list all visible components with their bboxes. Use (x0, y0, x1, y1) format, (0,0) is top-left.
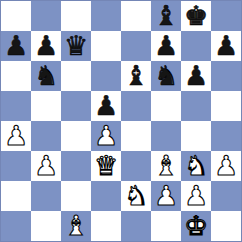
square-c6[interactable] (61, 61, 91, 91)
square-g1[interactable]: ♚ (181, 211, 211, 241)
square-e7[interactable] (121, 31, 151, 61)
black-bishop-icon[interactable]: ♝ (154, 2, 178, 29)
square-h7[interactable]: ♟ (211, 31, 241, 61)
square-g6[interactable]: ♟ (181, 61, 211, 91)
square-d1[interactable] (91, 211, 121, 241)
square-c1[interactable]: ♝ (61, 211, 91, 241)
square-f6[interactable]: ♞ (151, 61, 181, 91)
square-h3[interactable]: ♟ (211, 151, 241, 181)
square-b4[interactable] (31, 121, 61, 151)
square-d5[interactable]: ♟ (91, 91, 121, 121)
white-king-icon[interactable]: ♚ (184, 212, 208, 239)
square-b1[interactable] (31, 211, 61, 241)
white-pawn-icon[interactable]: ♟ (34, 152, 58, 179)
square-h5[interactable] (211, 91, 241, 121)
square-a7[interactable]: ♟ (1, 31, 31, 61)
square-a4[interactable]: ♟ (1, 121, 31, 151)
square-f4[interactable] (151, 121, 181, 151)
square-d3[interactable]: ♛ (91, 151, 121, 181)
square-a1[interactable] (1, 211, 31, 241)
chess-board-wrap: ♝♚♟♟♛♟♟♞♝♞♟♟♟♟♟♛♝♞♟♞♟♟♝♚ (0, 0, 242, 242)
square-g7[interactable] (181, 31, 211, 61)
square-h4[interactable] (211, 121, 241, 151)
white-pawn-icon[interactable]: ♟ (154, 182, 178, 209)
square-d8[interactable] (91, 1, 121, 31)
square-e8[interactable] (121, 1, 151, 31)
white-queen-icon[interactable]: ♛ (94, 152, 118, 179)
black-king-icon[interactable]: ♚ (184, 2, 208, 29)
black-pawn-icon[interactable]: ♟ (154, 32, 178, 59)
square-g5[interactable] (181, 91, 211, 121)
square-a6[interactable] (1, 61, 31, 91)
square-g3[interactable]: ♞ (181, 151, 211, 181)
white-pawn-icon[interactable]: ♟ (4, 122, 28, 149)
square-c3[interactable] (61, 151, 91, 181)
square-d7[interactable] (91, 31, 121, 61)
square-a3[interactable] (1, 151, 31, 181)
white-pawn-icon[interactable]: ♟ (184, 182, 208, 209)
black-pawn-icon[interactable]: ♟ (214, 32, 238, 59)
square-e4[interactable] (121, 121, 151, 151)
square-e5[interactable] (121, 91, 151, 121)
square-g4[interactable] (181, 121, 211, 151)
white-bishop-icon[interactable]: ♝ (154, 152, 178, 179)
white-knight-icon[interactable]: ♞ (184, 152, 208, 179)
square-d6[interactable] (91, 61, 121, 91)
square-h6[interactable] (211, 61, 241, 91)
black-bishop-icon[interactable]: ♝ (124, 62, 148, 89)
chess-board: ♝♚♟♟♛♟♟♞♝♞♟♟♟♟♟♛♝♞♟♞♟♟♝♚ (0, 0, 242, 242)
square-h1[interactable] (211, 211, 241, 241)
square-b6[interactable]: ♞ (31, 61, 61, 91)
white-bishop-icon[interactable]: ♝ (64, 212, 88, 239)
square-f2[interactable]: ♟ (151, 181, 181, 211)
black-queen-icon[interactable]: ♛ (64, 32, 88, 59)
square-c5[interactable] (61, 91, 91, 121)
square-a8[interactable] (1, 1, 31, 31)
square-c2[interactable] (61, 181, 91, 211)
square-c8[interactable] (61, 1, 91, 31)
square-f1[interactable] (151, 211, 181, 241)
white-knight-icon[interactable]: ♞ (124, 182, 148, 209)
square-g8[interactable]: ♚ (181, 1, 211, 31)
square-c7[interactable]: ♛ (61, 31, 91, 61)
square-a5[interactable] (1, 91, 31, 121)
square-e6[interactable]: ♝ (121, 61, 151, 91)
square-e2[interactable]: ♞ (121, 181, 151, 211)
square-f7[interactable]: ♟ (151, 31, 181, 61)
square-a2[interactable] (1, 181, 31, 211)
square-d4[interactable]: ♟ (91, 121, 121, 151)
square-b8[interactable] (31, 1, 61, 31)
square-f5[interactable] (151, 91, 181, 121)
black-pawn-icon[interactable]: ♟ (34, 32, 58, 59)
black-pawn-icon[interactable]: ♟ (184, 62, 208, 89)
square-b5[interactable] (31, 91, 61, 121)
square-e1[interactable] (121, 211, 151, 241)
square-b2[interactable] (31, 181, 61, 211)
black-pawn-icon[interactable]: ♟ (4, 32, 28, 59)
black-knight-icon[interactable]: ♞ (154, 62, 178, 89)
square-d2[interactable] (91, 181, 121, 211)
white-pawn-icon[interactable]: ♟ (214, 152, 238, 179)
square-c4[interactable] (61, 121, 91, 151)
square-b3[interactable]: ♟ (31, 151, 61, 181)
square-e3[interactable] (121, 151, 151, 181)
square-g2[interactable]: ♟ (181, 181, 211, 211)
square-b7[interactable]: ♟ (31, 31, 61, 61)
square-f3[interactable]: ♝ (151, 151, 181, 181)
square-h8[interactable] (211, 1, 241, 31)
white-pawn-icon[interactable]: ♟ (94, 122, 118, 149)
black-knight-icon[interactable]: ♞ (34, 62, 58, 89)
square-f8[interactable]: ♝ (151, 1, 181, 31)
black-pawn-icon[interactable]: ♟ (94, 92, 118, 119)
square-h2[interactable] (211, 181, 241, 211)
